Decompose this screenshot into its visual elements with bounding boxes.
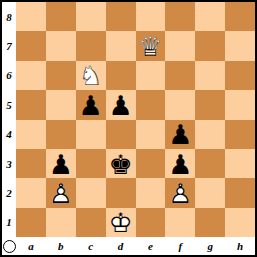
- file-labels: abcdefgh: [16, 237, 255, 255]
- rank-label-5: 5: [2, 90, 16, 119]
- rank-label-4: 4: [2, 120, 16, 149]
- black-pawn-glyph: ♟: [168, 149, 192, 178]
- black-pawn-glyph: ♟: [79, 90, 103, 119]
- square-d3[interactable]: ♚: [106, 149, 136, 178]
- square-g1[interactable]: [195, 208, 225, 237]
- chess-board-frame: 87654321 ♛♕♞♘♟♟♟♟♚♟♟♙♟♙♚♔ abcdefgh: [0, 0, 257, 257]
- piece-black-king[interactable]: ♚: [106, 149, 136, 178]
- square-h3[interactable]: [225, 149, 255, 178]
- square-e8[interactable]: [136, 2, 166, 31]
- square-h2[interactable]: [225, 178, 255, 207]
- file-label-g: g: [195, 237, 225, 255]
- square-f3[interactable]: ♟: [165, 149, 195, 178]
- square-b5[interactable]: [46, 90, 76, 119]
- square-f8[interactable]: [165, 2, 195, 31]
- rank-labels: 87654321: [2, 2, 16, 237]
- piece-white-king[interactable]: ♚♔: [106, 208, 136, 237]
- square-g7[interactable]: [195, 31, 225, 60]
- square-e7[interactable]: ♛♕: [136, 31, 166, 60]
- white-knight-outline-glyph: ♘: [79, 61, 103, 90]
- square-a1[interactable]: [16, 208, 46, 237]
- board: ♛♕♞♘♟♟♟♟♚♟♟♙♟♙♚♔: [16, 2, 255, 237]
- square-c5[interactable]: ♟: [76, 90, 106, 119]
- black-king-glyph: ♚: [108, 149, 132, 178]
- file-label-f: f: [165, 237, 195, 255]
- piece-white-knight[interactable]: ♞♘: [76, 61, 106, 90]
- square-h6[interactable]: [225, 61, 255, 90]
- rank-label-3: 3: [2, 149, 16, 178]
- square-d2[interactable]: [106, 178, 136, 207]
- square-f2[interactable]: ♟♙: [165, 178, 195, 207]
- square-d4[interactable]: [106, 120, 136, 149]
- piece-white-pawn[interactable]: ♟♙: [46, 178, 76, 207]
- square-b2[interactable]: ♟♙: [46, 178, 76, 207]
- square-d8[interactable]: [106, 2, 136, 31]
- square-e6[interactable]: [136, 61, 166, 90]
- square-a4[interactable]: [16, 120, 46, 149]
- white-king-outline-glyph: ♔: [108, 208, 132, 237]
- rank-label-8: 8: [2, 2, 16, 31]
- piece-black-pawn[interactable]: ♟: [165, 120, 195, 149]
- black-pawn-glyph: ♟: [168, 120, 192, 149]
- file-label-e: e: [136, 237, 166, 255]
- file-label-h: h: [225, 237, 255, 255]
- square-a2[interactable]: [16, 178, 46, 207]
- square-a3[interactable]: [16, 149, 46, 178]
- piece-black-pawn[interactable]: ♟: [165, 149, 195, 178]
- square-d1[interactable]: ♚♔: [106, 208, 136, 237]
- square-f6[interactable]: [165, 61, 195, 90]
- board-corner: [2, 237, 16, 255]
- square-h7[interactable]: [225, 31, 255, 60]
- white-pawn-outline-glyph: ♙: [168, 178, 192, 207]
- white-king-glyph: ♚: [108, 208, 132, 237]
- rank-label-7: 7: [2, 31, 16, 60]
- square-d7[interactable]: [106, 31, 136, 60]
- square-c7[interactable]: [76, 31, 106, 60]
- square-h1[interactable]: [225, 208, 255, 237]
- square-b7[interactable]: [46, 31, 76, 60]
- square-h5[interactable]: [225, 90, 255, 119]
- square-f1[interactable]: [165, 208, 195, 237]
- square-e5[interactable]: [136, 90, 166, 119]
- square-h8[interactable]: [225, 2, 255, 31]
- square-e4[interactable]: [136, 120, 166, 149]
- square-g5[interactable]: [195, 90, 225, 119]
- black-pawn-glyph: ♟: [49, 149, 73, 178]
- square-g2[interactable]: [195, 178, 225, 207]
- square-c2[interactable]: [76, 178, 106, 207]
- square-h4[interactable]: [225, 120, 255, 149]
- square-c3[interactable]: [76, 149, 106, 178]
- square-f5[interactable]: [165, 90, 195, 119]
- square-a8[interactable]: [16, 2, 46, 31]
- side-to-move-indicator: [3, 240, 16, 253]
- square-e2[interactable]: [136, 178, 166, 207]
- square-f7[interactable]: [165, 31, 195, 60]
- file-label-b: b: [46, 237, 76, 255]
- square-b6[interactable]: [46, 61, 76, 90]
- white-pawn-glyph: ♟: [49, 178, 73, 207]
- piece-white-pawn[interactable]: ♟♙: [165, 178, 195, 207]
- square-d5[interactable]: ♟: [106, 90, 136, 119]
- black-pawn-glyph: ♟: [108, 90, 132, 119]
- square-g6[interactable]: [195, 61, 225, 90]
- rank-label-1: 1: [2, 208, 16, 237]
- piece-black-pawn[interactable]: ♟: [76, 90, 106, 119]
- square-c4[interactable]: [76, 120, 106, 149]
- piece-black-pawn[interactable]: ♟: [46, 149, 76, 178]
- square-g3[interactable]: [195, 149, 225, 178]
- file-label-c: c: [76, 237, 106, 255]
- square-e1[interactable]: [136, 208, 166, 237]
- square-g4[interactable]: [195, 120, 225, 149]
- square-b8[interactable]: [46, 2, 76, 31]
- square-c8[interactable]: [76, 2, 106, 31]
- square-a5[interactable]: [16, 90, 46, 119]
- white-queen-outline-glyph: ♕: [138, 32, 162, 61]
- rank-label-2: 2: [2, 178, 16, 207]
- square-a6[interactable]: [16, 61, 46, 90]
- file-label-a: a: [16, 237, 46, 255]
- square-b4[interactable]: [46, 120, 76, 149]
- white-pawn-glyph: ♟: [168, 178, 192, 207]
- rank-label-6: 6: [2, 61, 16, 90]
- white-pawn-outline-glyph: ♙: [49, 178, 73, 207]
- square-b1[interactable]: [46, 208, 76, 237]
- square-c6[interactable]: ♞♘: [76, 61, 106, 90]
- square-f4[interactable]: ♟: [165, 120, 195, 149]
- square-c1[interactable]: [76, 208, 106, 237]
- white-knight-glyph: ♞: [79, 61, 103, 90]
- piece-white-queen[interactable]: ♛♕: [136, 31, 166, 60]
- file-label-d: d: [106, 237, 136, 255]
- square-g8[interactable]: [195, 2, 225, 31]
- square-b3[interactable]: ♟: [46, 149, 76, 178]
- square-e3[interactable]: [136, 149, 166, 178]
- piece-black-pawn[interactable]: ♟: [106, 90, 136, 119]
- square-a7[interactable]: [16, 31, 46, 60]
- white-queen-glyph: ♛: [138, 32, 162, 61]
- square-d6[interactable]: [106, 61, 136, 90]
